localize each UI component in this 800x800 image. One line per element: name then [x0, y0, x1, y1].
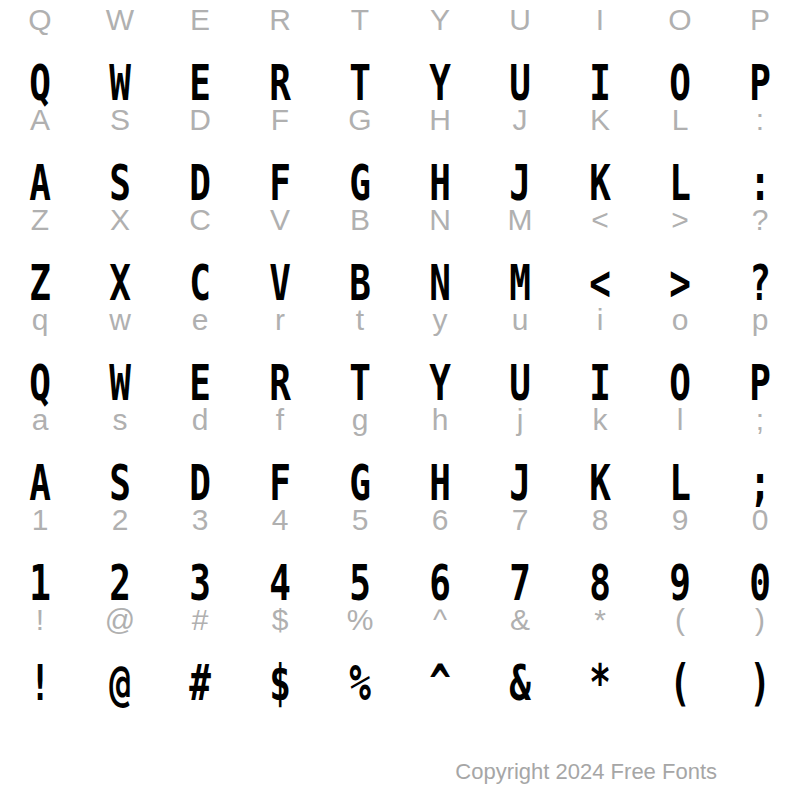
font-glyph-text: >: [669, 261, 691, 305]
font-glyph: <: [560, 256, 640, 300]
key-label: k: [560, 400, 640, 440]
key-label: w: [80, 300, 160, 340]
font-glyph-text: T: [349, 61, 371, 105]
key-label: q: [0, 300, 80, 340]
key-label: ;: [720, 400, 800, 440]
font-glyph-text: y: [429, 361, 451, 405]
font-glyph: Z: [0, 256, 80, 300]
key-label: A: [0, 100, 80, 140]
font-glyph-text: #: [189, 661, 211, 705]
key-label: g: [320, 400, 400, 440]
font-glyph-text: O: [669, 61, 691, 105]
font-glyph-text: ^: [429, 661, 451, 705]
font-glyph: O: [640, 56, 720, 100]
key-label: &: [480, 600, 560, 640]
key-label: !: [0, 600, 80, 640]
font-glyph-text: 1: [29, 561, 51, 605]
key-label: Q: [0, 0, 80, 40]
key-label: J: [480, 100, 560, 140]
key-label: T: [320, 0, 400, 40]
font-glyph: (: [640, 656, 720, 700]
font-glyph: t: [320, 356, 400, 400]
font-glyph-text: Y: [429, 61, 451, 105]
font-glyph-text: d: [189, 461, 211, 505]
font-glyph: a: [0, 456, 80, 500]
font-glyph-text: X: [109, 261, 131, 305]
specimen-section-7: !@#$%^&*()!@#$%^&*(): [0, 600, 800, 700]
font-glyph: Q: [0, 56, 80, 100]
font-glyph: ): [720, 656, 800, 700]
key-label: K: [560, 100, 640, 140]
key-label: B: [320, 200, 400, 240]
font-glyph-text: 7: [509, 561, 531, 605]
font-glyph-text: l: [669, 461, 691, 505]
key-label: a: [0, 400, 80, 440]
font-glyph-text: q: [29, 361, 51, 405]
font-glyph: 4: [240, 556, 320, 600]
key-label: i: [560, 300, 640, 340]
key-label: 5: [320, 500, 400, 540]
font-glyph: K: [560, 156, 640, 200]
key-label: 4: [240, 500, 320, 540]
font-glyph-text: V: [269, 261, 291, 305]
key-label: S: [80, 100, 160, 140]
font-glyph: $: [240, 656, 320, 700]
font-glyph-text: 9: [669, 561, 691, 605]
key-label: 9: [640, 500, 720, 540]
key-label: u: [480, 300, 560, 340]
key-label: V: [240, 200, 320, 240]
font-glyph-text: (: [669, 661, 691, 705]
font-glyph: o: [640, 356, 720, 400]
key-label: *: [560, 600, 640, 640]
font-glyph-text: Z: [29, 261, 51, 305]
font-glyph: T: [320, 56, 400, 100]
font-glyph: L: [640, 156, 720, 200]
font-glyph-text: !: [29, 661, 51, 705]
font-glyph: ?: [720, 256, 800, 300]
key-label: H: [400, 100, 480, 140]
font-glyph: >: [640, 256, 720, 300]
specimen-section-4: qwertyuiopqwertyuiop: [0, 300, 800, 400]
font-glyph-row: asdfghjkl;: [0, 456, 800, 500]
key-label: e: [160, 300, 240, 340]
font-glyph: @: [80, 656, 160, 700]
font-glyph-text: 0: [749, 561, 771, 605]
key-label: ): [720, 600, 800, 640]
key-label: R: [240, 0, 320, 40]
key-label: Y: [400, 0, 480, 40]
key-label-row: asdfghjkl;: [0, 400, 800, 440]
key-label: #: [160, 600, 240, 640]
font-glyph-text: K: [589, 161, 611, 205]
font-glyph: U: [480, 56, 560, 100]
key-label: G: [320, 100, 400, 140]
font-glyph: p: [720, 356, 800, 400]
key-label: h: [400, 400, 480, 440]
font-glyph: f: [240, 456, 320, 500]
key-label: 7: [480, 500, 560, 540]
font-glyph: X: [80, 256, 160, 300]
key-label: @: [80, 600, 160, 640]
font-glyph-text: R: [269, 61, 291, 105]
font-glyph-text: f: [269, 461, 291, 505]
font-glyph-text: M: [509, 261, 531, 305]
key-label: j: [480, 400, 560, 440]
font-glyph: *: [560, 656, 640, 700]
font-glyph-text: E: [189, 61, 211, 105]
font-glyph: w: [80, 356, 160, 400]
key-label: 3: [160, 500, 240, 540]
font-glyph: 3: [160, 556, 240, 600]
font-glyph: i: [560, 356, 640, 400]
font-glyph-text: k: [589, 461, 611, 505]
key-label: o: [640, 300, 720, 340]
font-glyph-text: F: [269, 161, 291, 205]
font-glyph-text: D: [189, 161, 211, 205]
font-glyph-text: u: [509, 361, 531, 405]
key-label: C: [160, 200, 240, 240]
font-glyph-text: Q: [29, 61, 51, 105]
font-glyph-text: B: [349, 261, 371, 305]
font-glyph: 9: [640, 556, 720, 600]
font-glyph: I: [560, 56, 640, 100]
font-glyph-text: a: [29, 461, 51, 505]
font-glyph-text: W: [109, 61, 131, 105]
key-label: 8: [560, 500, 640, 540]
font-glyph: E: [160, 56, 240, 100]
font-glyph-text: 8: [589, 561, 611, 605]
specimen-section-2: ASDFGHJKL:ASDFGHJKL:: [0, 100, 800, 200]
font-glyph: H: [400, 156, 480, 200]
key-label-row: QWERTYUIOP: [0, 0, 800, 40]
font-glyph: ^: [400, 656, 480, 700]
font-glyph: r: [240, 356, 320, 400]
key-label: (: [640, 600, 720, 640]
font-glyph: 0: [720, 556, 800, 600]
key-label: 1: [0, 500, 80, 540]
specimen-section-3: ZXCVBNM<>?ZXCVBNM<>?: [0, 200, 800, 300]
font-glyph-text: &: [509, 661, 531, 705]
key-label: 2: [80, 500, 160, 540]
key-label: U: [480, 0, 560, 40]
font-glyph: !: [0, 656, 80, 700]
font-glyph-row: ZXCVBNM<>?: [0, 256, 800, 300]
font-glyph-text: j: [509, 461, 531, 505]
font-glyph-text: 3: [189, 561, 211, 605]
font-glyph-row: ASDFGHJKL:: [0, 156, 800, 200]
font-glyph-text: r: [269, 361, 291, 405]
font-glyph-text: g: [349, 461, 371, 505]
font-glyph: 8: [560, 556, 640, 600]
font-glyph-text: o: [669, 361, 691, 405]
key-label: f: [240, 400, 320, 440]
font-glyph: N: [400, 256, 480, 300]
key-label-row: !@#$%^&*(): [0, 600, 800, 640]
key-label: ^: [400, 600, 480, 640]
key-label: :: [720, 100, 800, 140]
font-glyph-text: s: [109, 461, 131, 505]
key-label: M: [480, 200, 560, 240]
key-label: D: [160, 100, 240, 140]
key-label: p: [720, 300, 800, 340]
key-label: P: [720, 0, 800, 40]
font-glyph: l: [640, 456, 720, 500]
font-glyph-text: 4: [269, 561, 291, 605]
font-glyph-text: @: [109, 661, 131, 705]
font-glyph: 2: [80, 556, 160, 600]
font-glyph-text: I: [589, 61, 611, 105]
font-glyph-text: H: [429, 161, 451, 205]
font-glyph-text: h: [429, 461, 451, 505]
font-glyph-text: J: [509, 161, 531, 205]
font-glyph: C: [160, 256, 240, 300]
key-label: $: [240, 600, 320, 640]
copyright-text: Copyright 2024 Free Fonts: [455, 759, 717, 785]
font-glyph-text: 2: [109, 561, 131, 605]
key-label: Z: [0, 200, 80, 240]
font-glyph-text: e: [189, 361, 211, 405]
font-glyph-text: U: [509, 61, 531, 105]
font-glyph-text: S: [109, 161, 131, 205]
font-glyph: S: [80, 156, 160, 200]
font-glyph: j: [480, 456, 560, 500]
key-label: X: [80, 200, 160, 240]
key-label-row: ASDFGHJKL:: [0, 100, 800, 140]
font-glyph-text: 6: [429, 561, 451, 605]
font-glyph-text: $: [269, 661, 291, 705]
font-glyph-text: ?: [749, 261, 771, 305]
font-glyph: s: [80, 456, 160, 500]
font-glyph: k: [560, 456, 640, 500]
font-glyph-text: G: [349, 161, 371, 205]
font-glyph-text: t: [349, 361, 371, 405]
font-glyph-row: !@#$%^&*(): [0, 656, 800, 700]
font-glyph-text: i: [589, 361, 611, 405]
font-glyph: ;: [720, 456, 800, 500]
font-glyph: q: [0, 356, 80, 400]
font-glyph: P: [720, 56, 800, 100]
font-glyph-text: A: [29, 161, 51, 205]
font-glyph-text: L: [669, 161, 691, 205]
character-map: QWERTYUIOPQWERTYUIOPASDFGHJKL:ASDFGHJKL:…: [0, 0, 800, 700]
font-glyph-text: P: [749, 61, 771, 105]
font-glyph: G: [320, 156, 400, 200]
font-glyph-row: QWERTYUIOP: [0, 56, 800, 100]
font-glyph: R: [240, 56, 320, 100]
font-glyph: h: [400, 456, 480, 500]
key-label: d: [160, 400, 240, 440]
specimen-section-5: asdfghjkl;asdfghjkl;: [0, 400, 800, 500]
font-glyph-text: ;: [749, 461, 771, 505]
font-glyph-text: <: [589, 261, 611, 305]
key-label: <: [560, 200, 640, 240]
key-label: l: [640, 400, 720, 440]
font-glyph-text: 5: [349, 561, 371, 605]
font-glyph: 7: [480, 556, 560, 600]
key-label: I: [560, 0, 640, 40]
key-label: >: [640, 200, 720, 240]
key-label-row: ZXCVBNM<>?: [0, 200, 800, 240]
font-glyph-row: 1234567890: [0, 556, 800, 600]
key-label: s: [80, 400, 160, 440]
font-glyph-text: :: [749, 161, 771, 205]
font-glyph: D: [160, 156, 240, 200]
font-glyph-text: %: [349, 661, 371, 705]
specimen-section-1: QWERTYUIOPQWERTYUIOP: [0, 0, 800, 100]
key-label-row: qwertyuiop: [0, 300, 800, 340]
font-glyph-text: *: [589, 661, 611, 705]
font-glyph: 5: [320, 556, 400, 600]
font-glyph: F: [240, 156, 320, 200]
font-glyph: A: [0, 156, 80, 200]
font-glyph-text: C: [189, 261, 211, 305]
key-label: r: [240, 300, 320, 340]
font-glyph-row: qwertyuiop: [0, 356, 800, 400]
key-label: F: [240, 100, 320, 140]
font-glyph-text: ): [749, 661, 771, 705]
key-label: ?: [720, 200, 800, 240]
specimen-section-6: 12345678901234567890: [0, 500, 800, 600]
font-glyph: 6: [400, 556, 480, 600]
font-glyph-text: N: [429, 261, 451, 305]
key-label: %: [320, 600, 400, 640]
font-glyph: %: [320, 656, 400, 700]
font-glyph: J: [480, 156, 560, 200]
key-label: 6: [400, 500, 480, 540]
font-glyph: 1: [0, 556, 80, 600]
font-glyph: W: [80, 56, 160, 100]
key-label: L: [640, 100, 720, 140]
key-label: t: [320, 300, 400, 340]
font-glyph: d: [160, 456, 240, 500]
font-glyph: y: [400, 356, 480, 400]
font-glyph: M: [480, 256, 560, 300]
font-glyph: B: [320, 256, 400, 300]
font-glyph: g: [320, 456, 400, 500]
font-glyph: :: [720, 156, 800, 200]
font-glyph: u: [480, 356, 560, 400]
font-glyph-text: w: [109, 361, 131, 405]
key-label: y: [400, 300, 480, 340]
font-glyph: &: [480, 656, 560, 700]
font-glyph-text: p: [749, 361, 771, 405]
key-label: W: [80, 0, 160, 40]
font-glyph: #: [160, 656, 240, 700]
key-label: N: [400, 200, 480, 240]
key-label: 0: [720, 500, 800, 540]
font-glyph: e: [160, 356, 240, 400]
key-label-row: 1234567890: [0, 500, 800, 540]
font-glyph: Y: [400, 56, 480, 100]
key-label: O: [640, 0, 720, 40]
key-label: E: [160, 0, 240, 40]
font-glyph: V: [240, 256, 320, 300]
